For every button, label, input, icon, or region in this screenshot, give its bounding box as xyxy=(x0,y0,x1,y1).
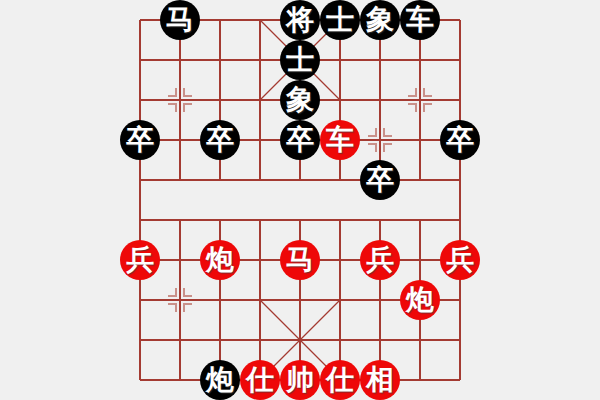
black-horse[interactable]: 马 xyxy=(160,0,200,40)
black-soldier[interactable]: 卒 xyxy=(200,120,240,160)
red-general[interactable]: 帅 xyxy=(280,360,320,400)
black-elephant[interactable]: 象 xyxy=(280,80,320,120)
black-general[interactable]: 将 xyxy=(280,0,320,40)
red-soldier[interactable]: 兵 xyxy=(120,240,160,280)
black-soldier[interactable]: 卒 xyxy=(280,120,320,160)
red-soldier[interactable]: 兵 xyxy=(440,240,480,280)
black-elephant[interactable]: 象 xyxy=(360,0,400,40)
black-soldier[interactable]: 卒 xyxy=(440,120,480,160)
black-chariot[interactable]: 车 xyxy=(400,0,440,40)
xiangqi-board[interactable]: 马将士象车士象卒卒卒车卒卒兵炮马兵兵炮炮仕帅仕相 xyxy=(120,0,480,400)
red-cannon[interactable]: 炮 xyxy=(200,240,240,280)
black-advisor[interactable]: 士 xyxy=(280,40,320,80)
pieces-layer: 马将士象车士象卒卒卒车卒卒兵炮马兵兵炮炮仕帅仕相 xyxy=(120,0,480,400)
red-advisor[interactable]: 仕 xyxy=(240,360,280,400)
black-cannon[interactable]: 炮 xyxy=(200,360,240,400)
red-horse[interactable]: 马 xyxy=(280,240,320,280)
red-elephant[interactable]: 相 xyxy=(360,360,400,400)
black-soldier[interactable]: 卒 xyxy=(120,120,160,160)
black-advisor[interactable]: 士 xyxy=(320,0,360,40)
red-chariot[interactable]: 车 xyxy=(320,120,360,160)
red-soldier[interactable]: 兵 xyxy=(360,240,400,280)
red-cannon[interactable]: 炮 xyxy=(400,280,440,320)
black-soldier[interactable]: 卒 xyxy=(360,160,400,200)
app-background: 马将士象车士象卒卒卒车卒卒兵炮马兵兵炮炮仕帅仕相 xyxy=(0,0,600,400)
red-advisor[interactable]: 仕 xyxy=(320,360,360,400)
